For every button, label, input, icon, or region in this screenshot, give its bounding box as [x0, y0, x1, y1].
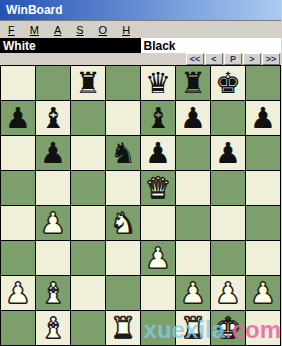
white-bishop[interactable]: ♝ [40, 276, 66, 310]
menu-item-options[interactable]: O [99, 24, 108, 36]
square-e2[interactable] [141, 276, 175, 310]
white-player-label: White [0, 38, 141, 53]
black-pawn[interactable]: ♟ [215, 136, 241, 170]
square-a7[interactable]: ♟ [1, 101, 35, 135]
square-b3[interactable] [36, 241, 70, 275]
square-c5[interactable] [71, 171, 105, 205]
square-a8[interactable] [1, 66, 35, 100]
square-d3[interactable] [106, 241, 140, 275]
square-h8[interactable] [246, 66, 280, 100]
square-g7[interactable] [211, 101, 245, 135]
square-c7[interactable] [71, 101, 105, 135]
square-f5[interactable] [176, 171, 210, 205]
square-h5[interactable] [246, 171, 280, 205]
square-e8[interactable]: ♛ [141, 66, 175, 100]
black-pawn[interactable]: ♟ [250, 101, 276, 135]
square-d1[interactable]: ♜ [106, 311, 140, 345]
white-king[interactable]: ♚ [215, 311, 241, 345]
black-knight[interactable]: ♞ [110, 136, 136, 170]
square-f3[interactable] [176, 241, 210, 275]
square-h2[interactable]: ♟ [246, 276, 280, 310]
white-pawn[interactable]: ♟ [180, 276, 206, 310]
black-rook[interactable]: ♜ [180, 66, 206, 100]
menu-item-action[interactable]: A [54, 24, 61, 36]
square-g1[interactable]: ♚ [211, 311, 245, 345]
square-f8[interactable]: ♜ [176, 66, 210, 100]
black-pawn[interactable]: ♟ [180, 101, 206, 135]
square-c6[interactable] [71, 136, 105, 170]
white-rook[interactable]: ♜ [110, 311, 136, 345]
square-e1[interactable] [141, 311, 175, 345]
square-a5[interactable] [1, 171, 35, 205]
pause-button[interactable]: P [224, 53, 242, 65]
square-d8[interactable] [106, 66, 140, 100]
white-pawn[interactable]: ♟ [215, 276, 241, 310]
menu-item-file[interactable]: F [8, 24, 15, 36]
title-bar[interactable]: WinBoard [0, 0, 281, 21]
white-knight[interactable]: ♞ [110, 206, 136, 240]
white-pawn[interactable]: ♟ [250, 276, 276, 310]
square-g6[interactable]: ♟ [211, 136, 245, 170]
menu-item-help[interactable]: H [122, 24, 130, 36]
square-h4[interactable] [246, 206, 280, 240]
square-f2[interactable]: ♟ [176, 276, 210, 310]
square-f7[interactable]: ♟ [176, 101, 210, 135]
black-queen[interactable]: ♛ [145, 66, 171, 100]
square-a2[interactable]: ♟ [1, 276, 35, 310]
player-bar: White Black [0, 38, 281, 53]
menu-item-mode[interactable]: M [30, 24, 39, 36]
square-e6[interactable]: ♟ [141, 136, 175, 170]
step-forward-button[interactable]: > [243, 53, 261, 65]
square-g5[interactable] [211, 171, 245, 205]
menu-item-step[interactable]: S [76, 24, 83, 36]
nav-button-bar: << < P > >> [0, 53, 281, 65]
white-rook[interactable]: ♜ [180, 311, 206, 345]
winboard-window: WinBoard F M A S O H White Black << < P … [0, 0, 281, 346]
square-e3[interactable]: ♟ [141, 241, 175, 275]
square-d7[interactable] [106, 101, 140, 135]
black-pawn[interactable]: ♟ [40, 136, 66, 170]
square-b4[interactable]: ♟ [36, 206, 70, 240]
square-a4[interactable] [1, 206, 35, 240]
white-bishop[interactable]: ♝ [40, 311, 66, 345]
square-f4[interactable] [176, 206, 210, 240]
black-bishop[interactable]: ♝ [145, 101, 171, 135]
square-c2[interactable] [71, 276, 105, 310]
square-f1[interactable]: ♜ [176, 311, 210, 345]
white-pawn[interactable]: ♟ [145, 241, 171, 275]
white-pawn[interactable]: ♟ [40, 206, 66, 240]
forward-to-end-button[interactable]: >> [262, 53, 280, 65]
square-g3[interactable] [211, 241, 245, 275]
square-a3[interactable] [1, 241, 35, 275]
square-h7[interactable]: ♟ [246, 101, 280, 135]
black-rook[interactable]: ♜ [75, 66, 101, 100]
square-b6[interactable]: ♟ [36, 136, 70, 170]
square-f6[interactable] [176, 136, 210, 170]
chess-board: ♜♛♜♚♟♝♝♟♟♟♞♟♟♛♟♞♟♟♝♟♟♟♝♜♜♚ [0, 65, 281, 346]
white-pawn[interactable]: ♟ [5, 276, 31, 310]
black-pawn[interactable]: ♟ [145, 136, 171, 170]
square-a1[interactable] [1, 311, 35, 345]
square-c8[interactable]: ♜ [71, 66, 105, 100]
square-b8[interactable] [36, 66, 70, 100]
square-b7[interactable]: ♝ [36, 101, 70, 135]
square-d2[interactable] [106, 276, 140, 310]
square-b2[interactable]: ♝ [36, 276, 70, 310]
window-title: WinBoard [6, 3, 63, 17]
square-b5[interactable] [36, 171, 70, 205]
square-h1[interactable] [246, 311, 280, 345]
square-b1[interactable]: ♝ [36, 311, 70, 345]
rewind-to-start-button[interactable]: << [186, 53, 204, 65]
square-d6[interactable]: ♞ [106, 136, 140, 170]
square-e5[interactable]: ♛ [141, 171, 175, 205]
square-c3[interactable] [71, 241, 105, 275]
square-h3[interactable] [246, 241, 280, 275]
black-player-label: Black [141, 38, 282, 53]
white-queen[interactable]: ♛ [145, 171, 171, 205]
square-a6[interactable] [1, 136, 35, 170]
black-pawn[interactable]: ♟ [5, 101, 31, 135]
step-back-button[interactable]: < [205, 53, 223, 65]
square-e7[interactable]: ♝ [141, 101, 175, 135]
square-d5[interactable] [106, 171, 140, 205]
square-g4[interactable] [211, 206, 245, 240]
square-c4[interactable] [71, 206, 105, 240]
square-g2[interactable]: ♟ [211, 276, 245, 310]
square-e4[interactable] [141, 206, 175, 240]
square-c1[interactable] [71, 311, 105, 345]
black-bishop[interactable]: ♝ [40, 101, 66, 135]
menu-bar: F M A S O H [0, 21, 281, 38]
square-g8[interactable]: ♚ [211, 66, 245, 100]
square-h6[interactable] [246, 136, 280, 170]
black-king[interactable]: ♚ [215, 66, 241, 100]
square-d4[interactable]: ♞ [106, 206, 140, 240]
